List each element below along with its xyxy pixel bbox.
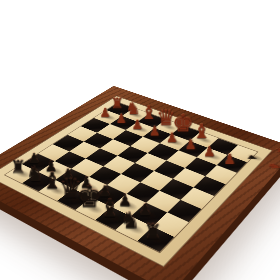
white-knight-b1[interactable]: ♞ (125, 100, 140, 117)
black-pawn-g7[interactable]: ♟ (138, 201, 152, 217)
white-pawn-f2[interactable]: ♟ (184, 138, 196, 152)
white-knight-spare[interactable]: ♞ (265, 163, 280, 169)
chess-board: ♜♞♝♛♚♝♟♟♟♟♟♟♟♟♟♟♟♟♟♟♟♜♞♝♛♚♝♞♜ (5, 102, 257, 252)
white-pawn-e2[interactable]: ♟ (166, 131, 178, 144)
white-rook-spare[interactable]: ♜ (273, 148, 280, 153)
white-pawn-h2[interactable]: ♟ (223, 152, 236, 166)
frame-spot-white-knight-spare: ♞ (263, 158, 280, 176)
chess-board-frame: ♜♞♝♛♚♝♟♟♟♟♟♟♟♟♟♟♟♟♟♟♟♜♞♝♛♚♝♞♜ ♜♞♟ (0, 86, 280, 280)
chess-set-photo: ♜♞♝♛♚♝♟♟♟♟♟♟♟♟♟♟♟♟♟♟♟♜♞♝♛♚♝♞♜ ♜♞♟ (0, 0, 280, 280)
black-rook-h8[interactable]: ♜ (143, 222, 161, 243)
black-knight-g8[interactable]: ♞ (120, 209, 140, 231)
black-bishop-f8[interactable]: ♝ (99, 197, 121, 221)
white-pawn-c2[interactable]: ♟ (132, 118, 143, 131)
white-rook-a1[interactable]: ♜ (111, 96, 124, 111)
black-pawn-spare[interactable]: ♟ (245, 155, 259, 159)
black-rook-a8[interactable]: ♜ (10, 158, 26, 176)
white-pawn-g2[interactable]: ♟ (203, 145, 215, 159)
white-pawn-b2[interactable]: ♟ (115, 112, 126, 125)
white-pawn-d2[interactable]: ♟ (149, 124, 161, 137)
white-pawn-a2[interactable]: ♟ (100, 106, 111, 118)
